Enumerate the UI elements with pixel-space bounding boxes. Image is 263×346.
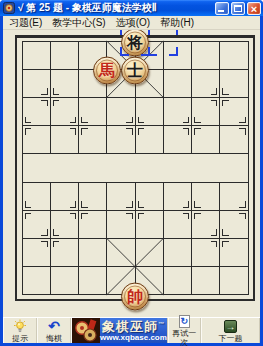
piece-grid: 将士馬帥 <box>8 30 260 309</box>
logo-url: www.xqbase.com <box>100 334 167 342</box>
black-advisor[interactable]: 士 <box>121 57 149 85</box>
menu-teaching-center[interactable]: 教学中心(S) <box>47 16 110 29</box>
xqbase-logo[interactable]: 象棋巫師™ www.xqbase.com <box>71 318 168 343</box>
app-window: √ 第 25 题 - 象棋巫师魔法学校Ⅱ 习题(E) 教学中心(S) 选项(O)… <box>0 0 263 346</box>
title-bar[interactable]: √ 第 25 题 - 象棋巫师魔法学校Ⅱ <box>0 0 263 16</box>
red-horse[interactable]: 馬 <box>93 57 121 85</box>
window-title: √ 第 25 题 - 象棋巫师魔法学校Ⅱ <box>18 0 213 16</box>
xiangqi-board[interactable]: 将士馬帥 <box>3 30 260 317</box>
retry-label: 再试一次 <box>169 329 200 346</box>
maximize-button[interactable] <box>231 2 245 15</box>
logo-text: 象棋巫師™ www.xqbase.com <box>100 318 167 343</box>
menu-bar: 习题(E) 教学中心(S) 选项(O) 帮助(H) <box>3 16 260 30</box>
next-icon: → <box>224 319 237 333</box>
logo-title: 象棋巫師™ <box>102 320 165 333</box>
undo-button[interactable]: ↶ 悔棋 <box>37 318 71 343</box>
bottom-toolbar: 提示 ↶ 悔棋 <box>3 317 260 343</box>
undo-icon: ↶ <box>48 319 60 333</box>
close-button[interactable] <box>247 2 261 15</box>
window-frame: 习题(E) 教学中心(S) 选项(O) 帮助(H) 将士馬帥 <box>0 16 263 346</box>
window-icon <box>3 2 15 14</box>
undo-label: 悔棋 <box>46 334 62 343</box>
retry-button[interactable]: ↻ 再试一次 <box>168 318 201 343</box>
black-general[interactable]: 将 <box>121 30 149 57</box>
menu-exercises[interactable]: 习题(E) <box>4 16 47 29</box>
menu-help[interactable]: 帮助(H) <box>155 16 199 29</box>
next-label: 下一题 <box>218 334 242 343</box>
menu-options[interactable]: 选项(O) <box>111 16 155 29</box>
hint-button[interactable]: 提示 <box>3 318 37 343</box>
lightbulb-icon <box>13 319 27 333</box>
red-general[interactable]: 帥 <box>121 282 149 310</box>
minimize-button[interactable] <box>215 2 229 15</box>
hint-label: 提示 <box>12 334 28 343</box>
next-problem-button[interactable]: → 下一题 <box>201 318 260 343</box>
xqwizard-logo-image <box>72 318 100 343</box>
